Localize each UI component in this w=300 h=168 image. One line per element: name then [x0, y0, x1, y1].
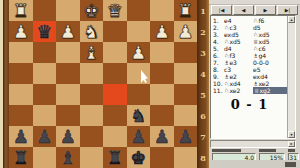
- white-pawn-piece: ♟: [9, 21, 33, 42]
- move-white[interactable]: exd5: [224, 31, 253, 38]
- square-h8[interactable]: ♜: [9, 147, 33, 168]
- black-rook-piece: ♜: [9, 147, 33, 168]
- square-f2[interactable]: ♟: [56, 21, 80, 42]
- move-number: 1.: [213, 17, 224, 24]
- white-king-piece: ♚: [80, 0, 104, 21]
- move-white[interactable]: e4: [224, 17, 253, 24]
- notation-panel: |◀◀▶▶| 1.e4♘f62.♘c3d53.exd5♘xd54.♘xd5♕xd…: [209, 0, 300, 168]
- move-row: 8.c3e5: [213, 66, 287, 73]
- white-pawn-piece: ♟: [150, 21, 174, 42]
- black-pawn-piece: ♟: [127, 126, 151, 147]
- move-black[interactable]: ♘c6: [253, 45, 287, 52]
- square-g6[interactable]: [33, 105, 57, 126]
- bottom-dark-button[interactable]: [285, 162, 296, 167]
- move-black[interactable]: d5: [253, 24, 287, 31]
- move-black[interactable]: e5: [253, 66, 287, 73]
- square-d3[interactable]: [103, 42, 127, 63]
- move-list-box: 1.e4♘f62.♘c3d53.exd5♘xd54.♘xd5♕xd55.d4♘c…: [210, 15, 296, 139]
- square-h6[interactable]: [9, 105, 33, 126]
- rank-label-8: 8: [197, 147, 209, 168]
- move-white[interactable]: c3: [224, 66, 253, 73]
- square-a5[interactable]: [174, 84, 198, 105]
- square-c3[interactable]: ♟: [127, 42, 151, 63]
- vcr-button-bar: |◀◀▶▶|: [211, 5, 298, 15]
- square-f1[interactable]: [56, 0, 80, 21]
- square-d5[interactable]: [103, 84, 127, 105]
- square-e5[interactable]: [80, 84, 104, 105]
- square-d6[interactable]: [103, 105, 127, 126]
- square-d2[interactable]: [103, 21, 127, 42]
- game-result: 0 - 1: [211, 97, 288, 112]
- square-d1[interactable]: ♛: [103, 0, 127, 21]
- white-rook-piece: ♜: [174, 0, 198, 21]
- white-knight-piece: ♞: [80, 21, 104, 42]
- move-number: 5.: [213, 45, 224, 52]
- black-king-piece: ♚: [127, 147, 151, 168]
- step-back-button[interactable]: ◀: [233, 5, 254, 15]
- square-f8[interactable]: ♝: [56, 147, 80, 168]
- vertical-scrollbar[interactable]: ▴ ▾: [287, 16, 295, 138]
- go-end-button[interactable]: ▶|: [277, 5, 298, 15]
- square-a8[interactable]: [174, 147, 198, 168]
- square-h7[interactable]: ♟: [9, 126, 33, 147]
- rank-label-2: 2: [197, 21, 209, 42]
- black-rook-piece: ♜: [103, 147, 127, 168]
- square-c6[interactable]: ♞: [127, 105, 151, 126]
- move-row: 1.e4♘f6: [213, 17, 287, 24]
- chess-board: ♜♚♛♜♟♛♟♞♟♟♝♟♞♟♟♟♟♟♟♜♝♜♚: [9, 0, 197, 168]
- move-number: 4.: [213, 38, 224, 45]
- square-b3[interactable]: [150, 42, 174, 63]
- square-a1[interactable]: ♜: [174, 0, 198, 21]
- move-black[interactable]: ♕xd5: [253, 38, 287, 45]
- move-white[interactable]: ♘xe2: [224, 87, 253, 94]
- move-black[interactable]: 0-0-0: [253, 59, 287, 66]
- square-f4[interactable]: [56, 63, 80, 84]
- square-b2[interactable]: ♟: [150, 21, 174, 42]
- square-h1[interactable]: ♜: [9, 0, 33, 21]
- move-black[interactable]: ♕xg2: [253, 87, 287, 94]
- move-white[interactable]: ♘xd4: [224, 80, 253, 87]
- rank-label-7: 7: [197, 126, 209, 147]
- square-e7[interactable]: [80, 126, 104, 147]
- square-f5[interactable]: [56, 84, 80, 105]
- square-e3[interactable]: ♝: [80, 42, 104, 63]
- move-black[interactable]: ♘xd5: [253, 31, 287, 38]
- black-knight-piece: ♞: [127, 105, 151, 126]
- move-number: 11.: [213, 87, 224, 94]
- move-white[interactable]: ♘c3: [224, 24, 253, 31]
- square-e2[interactable]: ♞: [80, 21, 104, 42]
- square-f7[interactable]: ♟: [56, 126, 80, 147]
- square-h5[interactable]: [9, 84, 33, 105]
- square-f6[interactable]: [56, 105, 80, 126]
- move-row: 5.d4♘c6: [213, 45, 287, 52]
- square-h4[interactable]: [9, 63, 33, 84]
- square-e4[interactable]: [80, 63, 104, 84]
- white-rook-piece: ♜: [9, 0, 33, 21]
- move-black[interactable]: ♗xe2: [253, 80, 287, 87]
- rank-coordinates: 12345678: [197, 0, 209, 168]
- move-white[interactable]: d4: [224, 45, 253, 52]
- black-pawn-piece: ♟: [150, 126, 174, 147]
- move-black[interactable]: ♘f6: [253, 17, 287, 24]
- square-h3[interactable]: [9, 42, 33, 63]
- square-a6[interactable]: [174, 105, 198, 126]
- move-row: 7.♗e30-0-0: [213, 59, 287, 66]
- move-row: 10.♘xd4♗xe2: [213, 80, 287, 87]
- square-b4[interactable]: [150, 63, 174, 84]
- move-white[interactable]: ♗e3: [224, 59, 253, 66]
- move-row: 9.♗e2exd4: [213, 73, 287, 80]
- move-white[interactable]: ♘xd5: [224, 38, 253, 45]
- white-pawn-piece: ♟: [56, 21, 80, 42]
- move-white[interactable]: ♗e2: [224, 73, 253, 80]
- move-number: 2.: [213, 24, 224, 31]
- square-d4[interactable]: [103, 63, 127, 84]
- move-row: 2.♘c3d5: [213, 24, 287, 31]
- square-g4[interactable]: [33, 63, 57, 84]
- black-queen-piece: ♛: [33, 21, 57, 42]
- square-b5[interactable]: [150, 84, 174, 105]
- rank-label-5: 5: [197, 84, 209, 105]
- square-g3[interactable]: [33, 42, 57, 63]
- square-a2[interactable]: ♟: [174, 21, 198, 42]
- square-g1[interactable]: [33, 0, 57, 21]
- square-e8[interactable]: [80, 147, 104, 168]
- black-bishop-piece: ♝: [56, 147, 80, 168]
- square-e6[interactable]: [80, 105, 104, 126]
- rank-label-1: 1: [197, 0, 209, 21]
- square-c2[interactable]: [127, 21, 151, 42]
- panel-bottom-strip: [209, 160, 300, 168]
- rank-label-3: 3: [197, 42, 209, 63]
- square-c1[interactable]: [127, 0, 151, 21]
- square-f3[interactable]: [56, 42, 80, 63]
- black-pawn-piece: ♟: [9, 126, 33, 147]
- square-a7[interactable]: ♟: [174, 126, 198, 147]
- scroll-up-icon[interactable]: ▴: [288, 16, 295, 23]
- move-row: 4.♘xd5♕xd5: [213, 38, 287, 45]
- square-b1[interactable]: [150, 0, 174, 21]
- square-c5[interactable]: [127, 84, 151, 105]
- move-white[interactable]: ♘f3: [224, 52, 253, 59]
- move-black[interactable]: ♗g4: [253, 52, 287, 59]
- move-black[interactable]: exd4: [253, 73, 287, 80]
- scroll-right-icon[interactable]: ▸: [288, 141, 295, 147]
- move-number: 9.: [213, 73, 224, 80]
- black-pawn-piece: ♟: [56, 126, 80, 147]
- white-bishop-piece: ♝: [80, 42, 104, 63]
- move-list: 1.e4♘f62.♘c3d53.exd5♘xd54.♘xd5♕xd55.d4♘c…: [213, 17, 287, 94]
- go-start-button[interactable]: |◀: [211, 5, 232, 15]
- move-number: 8.: [213, 66, 224, 73]
- square-c7[interactable]: ♟: [127, 126, 151, 147]
- move-number: 7.: [213, 59, 224, 66]
- step-forward-button[interactable]: ▶: [255, 5, 276, 15]
- scroll-down-icon[interactable]: ▾: [288, 131, 295, 138]
- rank-label-4: 4: [197, 63, 209, 84]
- square-b6[interactable]: [150, 105, 174, 126]
- square-g8[interactable]: [33, 147, 57, 168]
- square-g5[interactable]: [33, 84, 57, 105]
- white-pawn-piece: ♟: [127, 42, 151, 63]
- move-number: 6.: [213, 52, 224, 59]
- status-label-1: [212, 149, 241, 152]
- square-b7[interactable]: ♟: [150, 126, 174, 147]
- white-pawn-piece: ♟: [174, 21, 198, 42]
- horizontal-scrollbar[interactable]: ▸: [210, 140, 296, 148]
- square-c4[interactable]: [127, 63, 151, 84]
- square-d7[interactable]: [103, 126, 127, 147]
- move-number: 3.: [213, 31, 224, 38]
- square-h2[interactable]: ♟: [9, 21, 33, 42]
- status-label-3: [288, 149, 295, 152]
- move-number: 10.: [213, 80, 224, 87]
- white-queen-piece: ♛: [103, 0, 127, 21]
- status-label-2: [259, 149, 276, 152]
- move-row: 11.♘xe2♕xg2: [213, 87, 287, 94]
- square-g7[interactable]: ♟: [33, 126, 57, 147]
- square-e1[interactable]: ♚: [80, 0, 104, 21]
- square-c8[interactable]: ♚: [127, 147, 151, 168]
- black-pawn-piece: ♟: [33, 126, 57, 147]
- square-g2[interactable]: ♛: [33, 21, 57, 42]
- rank-label-6: 6: [197, 105, 209, 126]
- move-row: 3.exd5♘xd5: [213, 31, 287, 38]
- square-d8[interactable]: ♜: [103, 147, 127, 168]
- black-pawn-piece: ♟: [174, 126, 198, 147]
- square-a4[interactable]: [174, 63, 198, 84]
- chess-app-window: ♜♚♛♜♟♛♟♞♟♟♝♟♞♟♟♟♟♟♟♜♝♜♚ 12345678 |◀◀▶▶| …: [0, 0, 300, 168]
- square-a3[interactable]: [174, 42, 198, 63]
- move-row: 6.♘f3♗g4: [213, 52, 287, 59]
- square-b8[interactable]: [150, 147, 174, 168]
